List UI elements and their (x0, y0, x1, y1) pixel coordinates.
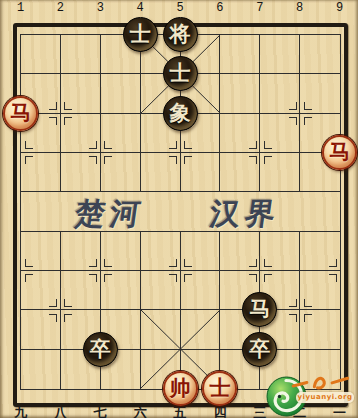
logo-url-text: yiyuanyi.org (296, 392, 354, 403)
piece-black-advisor[interactable]: 士 (123, 17, 158, 52)
file-label-bottom: 九 (14, 404, 27, 418)
point-marker (104, 259, 112, 267)
river-text-han-jie: 汉界 (207, 194, 283, 235)
file-label-bottom: 六 (134, 404, 147, 418)
piece-black-advisor[interactable]: 士 (163, 56, 198, 91)
point-marker (264, 274, 272, 282)
piece-black-elephant[interactable]: 象 (163, 96, 198, 131)
point-marker (289, 299, 297, 307)
board-cell (181, 310, 221, 349)
piece-character: 卒 (90, 339, 111, 360)
point-marker (89, 156, 97, 164)
point-marker (104, 274, 112, 282)
board-cell (220, 74, 260, 113)
piece-character: 马 (249, 299, 270, 320)
piece-character: 马 (10, 103, 31, 124)
file-label-bottom: 五 (174, 404, 187, 418)
point-marker (184, 156, 192, 164)
file-label-top: 5 (176, 1, 183, 15)
point-marker (49, 117, 57, 125)
piece-character: 象 (170, 103, 191, 124)
point-marker (304, 102, 312, 110)
file-label-top: 7 (256, 1, 263, 15)
board-cell (300, 35, 340, 74)
point-marker (304, 117, 312, 125)
file-label-top: 8 (296, 1, 303, 15)
site-logo[interactable]: yiyuanyi.org (264, 360, 356, 416)
board-cell (141, 310, 181, 349)
file-label-top: 1 (17, 1, 24, 15)
point-marker (169, 141, 177, 149)
point-marker (264, 156, 272, 164)
point-marker (289, 102, 297, 110)
piece-character: 马 (329, 142, 350, 163)
point-marker (249, 141, 257, 149)
board-cell (61, 35, 101, 74)
board-cell (300, 192, 340, 231)
point-marker (169, 259, 177, 267)
file-label-bottom: 七 (94, 404, 107, 418)
point-marker (169, 156, 177, 164)
point-marker (304, 314, 312, 322)
point-marker (184, 259, 192, 267)
point-marker (64, 299, 72, 307)
point-marker (184, 274, 192, 282)
point-marker (25, 141, 33, 149)
piece-black-general[interactable]: 将 (163, 17, 198, 52)
point-marker (25, 259, 33, 267)
point-marker (289, 314, 297, 322)
file-label-top: 2 (57, 1, 64, 15)
board-cell (220, 35, 260, 74)
point-marker (249, 259, 257, 267)
file-label-top: 6 (216, 1, 223, 15)
piece-red-general[interactable]: 帅 (163, 371, 198, 406)
board-cell (21, 192, 61, 231)
point-marker (104, 141, 112, 149)
point-marker (25, 156, 33, 164)
piece-character: 帅 (170, 378, 191, 399)
point-marker (304, 299, 312, 307)
piece-black-soldier[interactable]: 卒 (83, 332, 118, 367)
river-text-chu-he: 楚河 (72, 194, 148, 235)
file-label-top: 3 (97, 1, 104, 15)
file-label-bottom: 八 (54, 404, 67, 418)
file-label-top: 4 (137, 1, 144, 15)
point-marker (25, 274, 33, 282)
point-marker (49, 314, 57, 322)
point-marker (184, 141, 192, 149)
point-marker (89, 274, 97, 282)
point-marker (64, 314, 72, 322)
point-marker (249, 156, 257, 164)
point-marker (49, 102, 57, 110)
board-cell (21, 35, 61, 74)
file-label-bottom: 四 (213, 404, 226, 418)
point-marker (329, 259, 337, 267)
file-label-top: 9 (336, 1, 343, 15)
piece-character: 士 (170, 63, 191, 84)
point-marker (329, 274, 337, 282)
piece-character: 士 (209, 378, 230, 399)
point-marker (264, 259, 272, 267)
point-marker (264, 141, 272, 149)
piece-character: 将 (170, 24, 191, 45)
point-marker (64, 102, 72, 110)
point-marker (104, 156, 112, 164)
point-marker (49, 299, 57, 307)
piece-character: 卒 (249, 339, 270, 360)
board-cell (21, 350, 61, 389)
xiangqi-screenshot: 楚河 汉界 yiyuanyi.org 123456789九八七六五四三二 (0, 0, 358, 418)
point-marker (169, 274, 177, 282)
point-marker (249, 274, 257, 282)
piece-red-horse[interactable]: 马 (322, 135, 357, 170)
piece-character: 士 (130, 24, 151, 45)
point-marker (289, 117, 297, 125)
point-marker (89, 141, 97, 149)
piece-red-horse[interactable]: 马 (3, 96, 38, 131)
board-cell (260, 35, 300, 74)
point-marker (64, 117, 72, 125)
point-marker (89, 259, 97, 267)
board-cell (101, 74, 141, 113)
